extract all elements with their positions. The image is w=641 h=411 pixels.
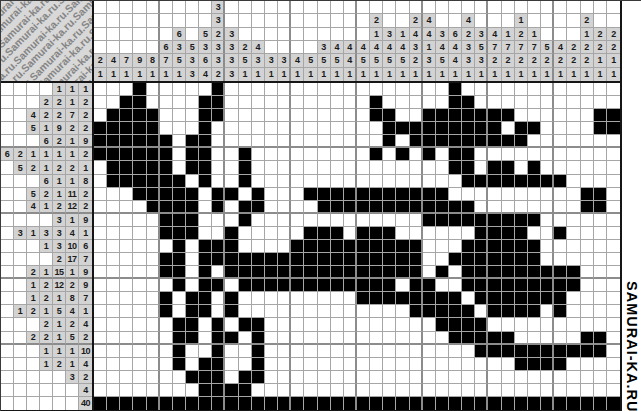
grid-cell-empty[interactable] — [567, 161, 580, 174]
grid-cell-empty[interactable] — [436, 175, 449, 188]
grid-cell-filled[interactable] — [436, 201, 449, 214]
grid-cell-empty[interactable] — [225, 279, 238, 292]
grid-cell-filled[interactable] — [528, 345, 541, 358]
grid-cell-filled[interactable] — [344, 253, 357, 266]
grid-cell-empty[interactable] — [370, 345, 383, 358]
grid-cell-empty[interactable] — [252, 122, 265, 135]
grid-cell-filled[interactable] — [186, 188, 199, 201]
grid-cell-filled[interactable] — [186, 214, 199, 227]
grid-cell-filled[interactable] — [265, 397, 278, 410]
grid-cell-empty[interactable] — [278, 148, 291, 161]
grid-cell-empty[interactable] — [331, 161, 344, 174]
grid-cell-empty[interactable] — [515, 384, 528, 397]
grid-cell-filled[interactable] — [344, 201, 357, 214]
grid-cell-empty[interactable] — [554, 109, 567, 122]
grid-cell-filled[interactable] — [410, 266, 423, 279]
grid-cell-filled[interactable] — [94, 148, 107, 161]
grid-cell-filled[interactable] — [462, 122, 475, 135]
grid-cell-empty[interactable] — [147, 227, 160, 240]
grid-cell-filled[interactable] — [449, 214, 462, 227]
grid-cell-empty[interactable] — [160, 96, 173, 109]
grid-cell-filled[interactable] — [225, 397, 238, 410]
grid-cell-empty[interactable] — [147, 96, 160, 109]
grid-cell-filled[interactable] — [423, 292, 436, 305]
grid-cell-filled[interactable] — [225, 292, 238, 305]
grid-cell-empty[interactable] — [581, 253, 594, 266]
grid-cell-empty[interactable] — [265, 135, 278, 148]
grid-cell-filled[interactable] — [160, 397, 173, 410]
grid-cell-filled[interactable] — [120, 135, 133, 148]
grid-cell-filled[interactable] — [396, 253, 409, 266]
grid-cell-filled[interactable] — [212, 240, 225, 253]
grid-cell-filled[interactable] — [291, 240, 304, 253]
grid-cell-filled[interactable] — [304, 279, 317, 292]
grid-cell-filled[interactable] — [186, 148, 199, 161]
grid-cell-empty[interactable] — [396, 227, 409, 240]
grid-cell-filled[interactable] — [502, 240, 515, 253]
grid-cell-empty[interactable] — [186, 266, 199, 279]
grid-cell-empty[interactable] — [160, 109, 173, 122]
grid-cell-empty[interactable] — [344, 345, 357, 358]
grid-cell-empty[interactable] — [133, 305, 146, 318]
grid-cell-filled[interactable] — [581, 332, 594, 345]
grid-cell-empty[interactable] — [173, 148, 186, 161]
grid-cell-empty[interactable] — [344, 109, 357, 122]
grid-cell-filled[interactable] — [502, 292, 515, 305]
grid-cell-empty[interactable] — [554, 253, 567, 266]
grid-cell-empty[interactable] — [396, 175, 409, 188]
grid-cell-empty[interactable] — [304, 83, 317, 96]
grid-cell-filled[interactable] — [410, 135, 423, 148]
grid-cell-filled[interactable] — [383, 227, 396, 240]
grid-cell-empty[interactable] — [318, 305, 331, 318]
grid-cell-filled[interactable] — [488, 332, 501, 345]
grid-cell-filled[interactable] — [554, 358, 567, 371]
grid-cell-empty[interactable] — [607, 135, 620, 148]
grid-cell-filled[interactable] — [528, 161, 541, 174]
grid-cell-empty[interactable] — [331, 292, 344, 305]
grid-cell-filled[interactable] — [133, 148, 146, 161]
grid-cell-empty[interactable] — [488, 148, 501, 161]
grid-cell-empty[interactable] — [318, 135, 331, 148]
grid-cell-filled[interactable] — [357, 292, 370, 305]
grid-cell-filled[interactable] — [396, 148, 409, 161]
grid-cell-empty[interactable] — [173, 371, 186, 384]
grid-cell-filled[interactable] — [528, 279, 541, 292]
grid-cell-filled[interactable] — [212, 253, 225, 266]
grid-cell-empty[interactable] — [567, 122, 580, 135]
grid-cell-empty[interactable] — [331, 358, 344, 371]
grid-cell-empty[interactable] — [607, 371, 620, 384]
grid-cell-filled[interactable] — [186, 135, 199, 148]
grid-cell-empty[interactable] — [318, 122, 331, 135]
grid-cell-empty[interactable] — [94, 214, 107, 227]
grid-cell-empty[interactable] — [436, 358, 449, 371]
grid-cell-empty[interactable] — [554, 122, 567, 135]
grid-cell-empty[interactable] — [252, 96, 265, 109]
grid-cell-empty[interactable] — [396, 345, 409, 358]
grid-cell-filled[interactable] — [370, 279, 383, 292]
grid-cell-empty[interactable] — [291, 148, 304, 161]
grid-cell-filled[interactable] — [120, 161, 133, 174]
grid-cell-empty[interactable] — [581, 240, 594, 253]
grid-cell-empty[interactable] — [502, 96, 515, 109]
grid-cell-empty[interactable] — [370, 318, 383, 331]
grid-cell-filled[interactable] — [528, 253, 541, 266]
grid-cell-filled[interactable] — [318, 227, 331, 240]
grid-cell-empty[interactable] — [594, 371, 607, 384]
grid-cell-filled[interactable] — [607, 122, 620, 135]
grid-cell-empty[interactable] — [344, 122, 357, 135]
grid-cell-filled[interactable] — [278, 253, 291, 266]
grid-cell-empty[interactable] — [383, 161, 396, 174]
grid-cell-empty[interactable] — [370, 83, 383, 96]
grid-cell-filled[interactable] — [488, 305, 501, 318]
grid-cell-empty[interactable] — [331, 175, 344, 188]
grid-cell-filled[interactable] — [396, 266, 409, 279]
grid-cell-empty[interactable] — [173, 96, 186, 109]
grid-cell-empty[interactable] — [357, 332, 370, 345]
grid-cell-filled[interactable] — [554, 305, 567, 318]
grid-cell-empty[interactable] — [396, 384, 409, 397]
grid-cell-filled[interactable] — [160, 305, 173, 318]
grid-cell-empty[interactable] — [160, 279, 173, 292]
grid-cell-empty[interactable] — [554, 240, 567, 253]
grid-cell-empty[interactable] — [410, 83, 423, 96]
grid-cell-empty[interactable] — [594, 292, 607, 305]
grid-cell-empty[interactable] — [304, 109, 317, 122]
grid-cell-filled[interactable] — [225, 240, 238, 253]
grid-cell-filled[interactable] — [594, 188, 607, 201]
grid-cell-filled[interactable] — [199, 292, 212, 305]
grid-cell-filled[interactable] — [304, 253, 317, 266]
grid-cell-filled[interactable] — [488, 345, 501, 358]
grid-cell-empty[interactable] — [567, 358, 580, 371]
grid-cell-empty[interactable] — [278, 240, 291, 253]
grid-cell-empty[interactable] — [278, 135, 291, 148]
grid-cell-empty[interactable] — [436, 161, 449, 174]
grid-cell-empty[interactable] — [488, 201, 501, 214]
grid-cell-filled[interactable] — [488, 292, 501, 305]
grid-cell-empty[interactable] — [225, 201, 238, 214]
grid-cell-empty[interactable] — [541, 214, 554, 227]
grid-cell-empty[interactable] — [607, 358, 620, 371]
grid-cell-filled[interactable] — [160, 266, 173, 279]
grid-cell-filled[interactable] — [515, 279, 528, 292]
grid-cell-filled[interactable] — [554, 227, 567, 240]
grid-cell-empty[interactable] — [107, 266, 120, 279]
grid-cell-filled[interactable] — [449, 332, 462, 345]
grid-cell-empty[interactable] — [396, 305, 409, 318]
grid-cell-empty[interactable] — [252, 175, 265, 188]
grid-cell-empty[interactable] — [252, 305, 265, 318]
grid-cell-filled[interactable] — [278, 266, 291, 279]
grid-cell-filled[interactable] — [554, 279, 567, 292]
grid-cell-empty[interactable] — [567, 371, 580, 384]
grid-cell-empty[interactable] — [212, 214, 225, 227]
grid-cell-filled[interactable] — [160, 188, 173, 201]
grid-cell-filled[interactable] — [199, 148, 212, 161]
grid-cell-filled[interactable] — [199, 253, 212, 266]
grid-cell-empty[interactable] — [423, 266, 436, 279]
grid-cell-filled[interactable] — [107, 135, 120, 148]
grid-cell-empty[interactable] — [120, 201, 133, 214]
grid-cell-filled[interactable] — [318, 253, 331, 266]
grid-cell-filled[interactable] — [383, 109, 396, 122]
grid-cell-filled[interactable] — [396, 201, 409, 214]
grid-cell-filled[interactable] — [173, 358, 186, 371]
grid-cell-filled[interactable] — [173, 240, 186, 253]
grid-cell-empty[interactable] — [410, 175, 423, 188]
grid-cell-filled[interactable] — [147, 188, 160, 201]
grid-cell-empty[interactable] — [239, 332, 252, 345]
grid-cell-filled[interactable] — [120, 148, 133, 161]
grid-cell-empty[interactable] — [94, 227, 107, 240]
grid-cell-filled[interactable] — [239, 318, 252, 331]
grid-cell-filled[interactable] — [462, 305, 475, 318]
grid-cell-filled[interactable] — [199, 384, 212, 397]
grid-cell-empty[interactable] — [120, 345, 133, 358]
grid-cell-empty[interactable] — [410, 96, 423, 109]
grid-cell-filled[interactable] — [488, 122, 501, 135]
grid-cell-empty[interactable] — [475, 305, 488, 318]
grid-cell-empty[interactable] — [383, 384, 396, 397]
grid-cell-empty[interactable] — [528, 384, 541, 397]
grid-cell-empty[interactable] — [212, 292, 225, 305]
grid-cell-empty[interactable] — [278, 318, 291, 331]
grid-cell-empty[interactable] — [160, 240, 173, 253]
grid-cell-filled[interactable] — [594, 122, 607, 135]
grid-cell-empty[interactable] — [278, 201, 291, 214]
grid-cell-empty[interactable] — [541, 227, 554, 240]
grid-cell-filled[interactable] — [212, 371, 225, 384]
grid-cell-filled[interactable] — [239, 148, 252, 161]
grid-cell-filled[interactable] — [567, 345, 580, 358]
grid-cell-empty[interactable] — [410, 332, 423, 345]
grid-cell-filled[interactable] — [252, 253, 265, 266]
grid-cell-empty[interactable] — [567, 109, 580, 122]
grid-cell-empty[interactable] — [462, 358, 475, 371]
grid-cell-empty[interactable] — [252, 135, 265, 148]
grid-cell-filled[interactable] — [488, 175, 501, 188]
grid-cell-filled[interactable] — [449, 135, 462, 148]
grid-cell-filled[interactable] — [265, 253, 278, 266]
grid-cell-empty[interactable] — [344, 305, 357, 318]
grid-cell-empty[interactable] — [357, 135, 370, 148]
grid-cell-filled[interactable] — [318, 266, 331, 279]
grid-cell-filled[interactable] — [554, 292, 567, 305]
grid-cell-filled[interactable] — [502, 109, 515, 122]
grid-cell-empty[interactable] — [410, 345, 423, 358]
grid-cell-empty[interactable] — [607, 253, 620, 266]
grid-cell-empty[interactable] — [475, 161, 488, 174]
grid-cell-empty[interactable] — [449, 227, 462, 240]
grid-cell-filled[interactable] — [212, 345, 225, 358]
grid-cell-empty[interactable] — [449, 345, 462, 358]
grid-cell-empty[interactable] — [304, 318, 317, 331]
grid-cell-filled[interactable] — [423, 122, 436, 135]
grid-cell-empty[interactable] — [173, 122, 186, 135]
grid-cell-filled[interactable] — [212, 358, 225, 371]
grid-cell-empty[interactable] — [94, 279, 107, 292]
grid-cell-empty[interactable] — [318, 318, 331, 331]
grid-cell-empty[interactable] — [594, 227, 607, 240]
grid-cell-filled[interactable] — [133, 161, 146, 174]
grid-cell-filled[interactable] — [502, 135, 515, 148]
grid-cell-empty[interactable] — [567, 240, 580, 253]
grid-cell-filled[interactable] — [423, 148, 436, 161]
grid-cell-empty[interactable] — [567, 83, 580, 96]
grid-cell-empty[interactable] — [594, 240, 607, 253]
grid-cell-empty[interactable] — [147, 266, 160, 279]
grid-cell-empty[interactable] — [515, 318, 528, 331]
grid-cell-filled[interactable] — [462, 397, 475, 410]
grid-cell-filled[interactable] — [186, 201, 199, 214]
grid-cell-empty[interactable] — [594, 148, 607, 161]
grid-cell-empty[interactable] — [396, 109, 409, 122]
grid-cell-filled[interactable] — [265, 266, 278, 279]
grid-cell-empty[interactable] — [291, 345, 304, 358]
grid-cell-filled[interactable] — [133, 188, 146, 201]
grid-cell-empty[interactable] — [265, 122, 278, 135]
grid-cell-empty[interactable] — [396, 161, 409, 174]
grid-cell-filled[interactable] — [212, 318, 225, 331]
grid-cell-empty[interactable] — [278, 305, 291, 318]
grid-cell-empty[interactable] — [212, 135, 225, 148]
grid-cell-empty[interactable] — [291, 122, 304, 135]
grid-cell-empty[interactable] — [607, 240, 620, 253]
grid-cell-filled[interactable] — [199, 96, 212, 109]
grid-cell-empty[interactable] — [265, 332, 278, 345]
grid-cell-empty[interactable] — [304, 384, 317, 397]
grid-cell-empty[interactable] — [423, 332, 436, 345]
grid-cell-filled[interactable] — [370, 109, 383, 122]
grid-cell-empty[interactable] — [567, 96, 580, 109]
grid-cell-empty[interactable] — [554, 201, 567, 214]
grid-cell-filled[interactable] — [107, 109, 120, 122]
grid-cell-filled[interactable] — [199, 305, 212, 318]
grid-cell-empty[interactable] — [502, 384, 515, 397]
grid-cell-filled[interactable] — [475, 175, 488, 188]
grid-cell-empty[interactable] — [344, 148, 357, 161]
grid-cell-empty[interactable] — [225, 175, 238, 188]
grid-cell-empty[interactable] — [502, 83, 515, 96]
grid-cell-empty[interactable] — [515, 83, 528, 96]
grid-cell-empty[interactable] — [344, 175, 357, 188]
grid-cell-empty[interactable] — [186, 175, 199, 188]
grid-cell-filled[interactable] — [502, 279, 515, 292]
grid-cell-empty[interactable] — [567, 148, 580, 161]
grid-cell-empty[interactable] — [449, 384, 462, 397]
grid-cell-filled[interactable] — [331, 266, 344, 279]
grid-cell-empty[interactable] — [528, 83, 541, 96]
grid-cell-filled[interactable] — [173, 332, 186, 345]
grid-cell-filled[interactable] — [239, 201, 252, 214]
grid-cell-filled[interactable] — [331, 227, 344, 240]
grid-cell-filled[interactable] — [186, 305, 199, 318]
grid-cell-filled[interactable] — [370, 188, 383, 201]
grid-cell-filled[interactable] — [120, 397, 133, 410]
grid-cell-empty[interactable] — [239, 188, 252, 201]
grid-cell-filled[interactable] — [186, 371, 199, 384]
grid-cell-filled[interactable] — [133, 175, 146, 188]
grid-cell-filled[interactable] — [318, 397, 331, 410]
grid-cell-filled[interactable] — [449, 397, 462, 410]
grid-cell-filled[interactable] — [160, 227, 173, 240]
grid-cell-filled[interactable] — [370, 292, 383, 305]
grid-cell-filled[interactable] — [173, 227, 186, 240]
grid-cell-empty[interactable] — [199, 227, 212, 240]
grid-cell-empty[interactable] — [133, 345, 146, 358]
grid-cell-filled[interactable] — [107, 161, 120, 174]
grid-cell-empty[interactable] — [436, 371, 449, 384]
grid-cell-empty[interactable] — [436, 279, 449, 292]
grid-cell-empty[interactable] — [94, 96, 107, 109]
grid-cell-empty[interactable] — [120, 332, 133, 345]
grid-cell-filled[interactable] — [462, 109, 475, 122]
grid-cell-empty[interactable] — [199, 214, 212, 227]
grid-cell-empty[interactable] — [423, 253, 436, 266]
grid-cell-empty[interactable] — [581, 384, 594, 397]
grid-cell-empty[interactable] — [225, 358, 238, 371]
grid-cell-filled[interactable] — [410, 240, 423, 253]
grid-cell-filled[interactable] — [488, 279, 501, 292]
grid-cell-empty[interactable] — [462, 384, 475, 397]
grid-cell-filled[interactable] — [252, 318, 265, 331]
grid-cell-empty[interactable] — [344, 384, 357, 397]
grid-cell-filled[interactable] — [554, 175, 567, 188]
grid-cell-empty[interactable] — [554, 188, 567, 201]
grid-cell-filled[interactable] — [291, 279, 304, 292]
grid-cell-filled[interactable] — [488, 240, 501, 253]
grid-cell-empty[interactable] — [554, 384, 567, 397]
grid-cell-empty[interactable] — [331, 83, 344, 96]
grid-cell-empty[interactable] — [357, 318, 370, 331]
grid-cell-empty[interactable] — [396, 83, 409, 96]
grid-cell-empty[interactable] — [186, 96, 199, 109]
grid-cell-filled[interactable] — [344, 279, 357, 292]
grid-cell-filled[interactable] — [502, 332, 515, 345]
grid-cell-empty[interactable] — [410, 214, 423, 227]
grid-cell-empty[interactable] — [528, 318, 541, 331]
grid-cell-empty[interactable] — [541, 332, 554, 345]
grid-cell-empty[interactable] — [515, 188, 528, 201]
grid-cell-empty[interactable] — [265, 227, 278, 240]
grid-cell-empty[interactable] — [107, 384, 120, 397]
grid-cell-empty[interactable] — [383, 332, 396, 345]
grid-cell-empty[interactable] — [567, 318, 580, 331]
grid-cell-filled[interactable] — [475, 240, 488, 253]
grid-cell-empty[interactable] — [475, 148, 488, 161]
grid-cell-empty[interactable] — [318, 109, 331, 122]
grid-cell-empty[interactable] — [304, 371, 317, 384]
grid-cell-filled[interactable] — [357, 253, 370, 266]
grid-cell-filled[interactable] — [515, 305, 528, 318]
grid-cell-empty[interactable] — [581, 358, 594, 371]
grid-cell-empty[interactable] — [502, 122, 515, 135]
grid-cell-empty[interactable] — [304, 214, 317, 227]
grid-cell-empty[interactable] — [515, 148, 528, 161]
grid-cell-empty[interactable] — [147, 384, 160, 397]
grid-cell-empty[interactable] — [318, 332, 331, 345]
grid-cell-empty[interactable] — [410, 318, 423, 331]
grid-cell-empty[interactable] — [133, 371, 146, 384]
grid-cell-filled[interactable] — [133, 135, 146, 148]
grid-cell-empty[interactable] — [370, 371, 383, 384]
grid-cell-filled[interactable] — [212, 188, 225, 201]
grid-cell-empty[interactable] — [515, 332, 528, 345]
grid-cell-empty[interactable] — [581, 305, 594, 318]
